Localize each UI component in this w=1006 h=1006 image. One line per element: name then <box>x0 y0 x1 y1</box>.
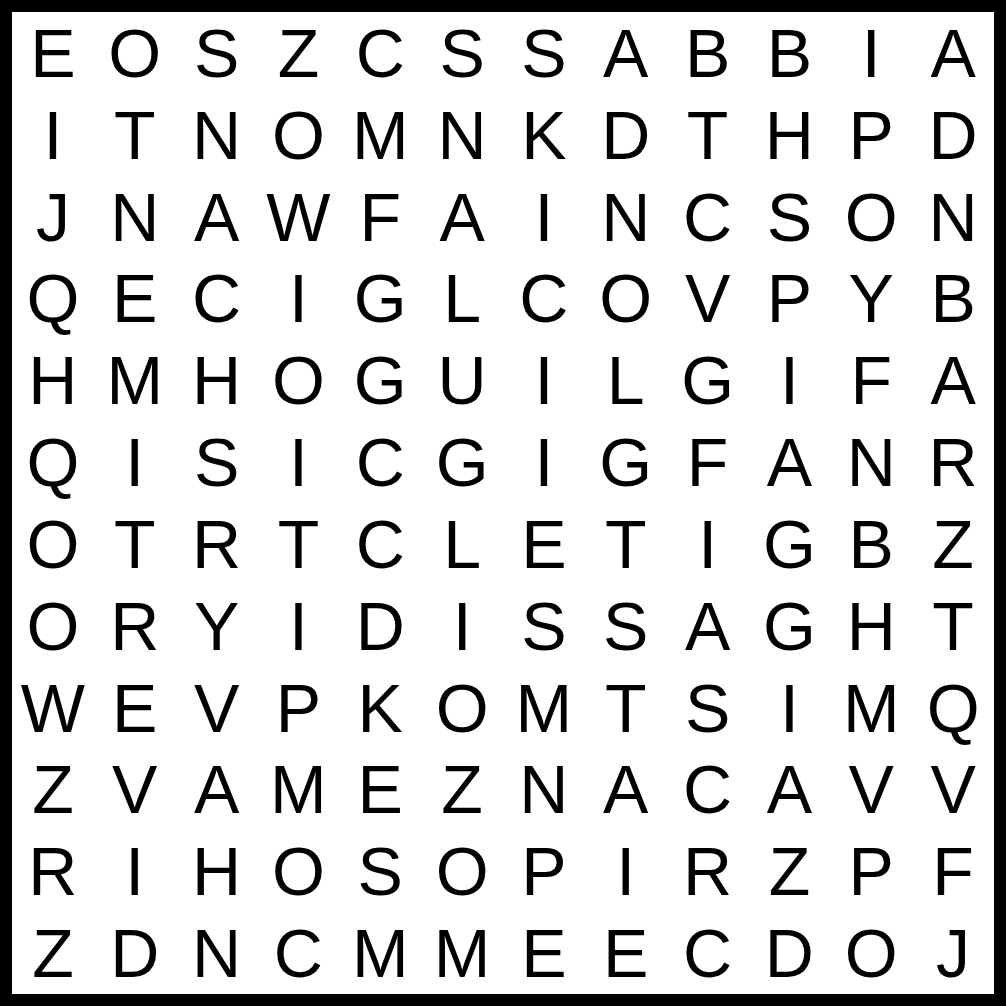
grid-cell[interactable]: I <box>258 258 340 340</box>
grid-cell[interactable]: I <box>749 667 831 749</box>
grid-cell[interactable]: E <box>503 503 585 585</box>
grid-cell[interactable]: Z <box>421 749 503 831</box>
grid-cell[interactable]: C <box>667 912 749 994</box>
grid-cell[interactable]: C <box>176 258 258 340</box>
grid-cell[interactable]: S <box>503 585 585 667</box>
grid-cell[interactable]: P <box>258 667 340 749</box>
grid-cell[interactable]: H <box>12 339 94 421</box>
grid-cell[interactable]: G <box>585 421 667 503</box>
grid-cell[interactable]: N <box>176 912 258 994</box>
grid-cell[interactable]: R <box>912 421 994 503</box>
grid-cell[interactable]: A <box>176 749 258 831</box>
grid-cell[interactable]: E <box>94 667 176 749</box>
grid-cell[interactable]: F <box>339 176 421 258</box>
grid-cell[interactable]: J <box>912 912 994 994</box>
grid-cell[interactable]: J <box>12 176 94 258</box>
grid-cell[interactable]: C <box>339 421 421 503</box>
grid-cell[interactable]: S <box>339 830 421 912</box>
grid-cell[interactable]: O <box>258 94 340 176</box>
grid-cell[interactable]: I <box>94 421 176 503</box>
grid-cell[interactable]: T <box>585 667 667 749</box>
grid-cell[interactable]: V <box>667 258 749 340</box>
grid-cell[interactable]: R <box>667 830 749 912</box>
grid-cell[interactable]: V <box>912 749 994 831</box>
grid-cell[interactable]: K <box>339 667 421 749</box>
grid-cell[interactable]: D <box>749 912 831 994</box>
grid-cell[interactable]: R <box>12 830 94 912</box>
grid-cell[interactable]: D <box>912 94 994 176</box>
grid-cell[interactable]: W <box>258 176 340 258</box>
grid-cell[interactable]: I <box>258 421 340 503</box>
grid-cell[interactable]: T <box>585 503 667 585</box>
grid-cell[interactable]: L <box>421 503 503 585</box>
grid-cell[interactable]: K <box>503 94 585 176</box>
grid-cell[interactable]: H <box>176 830 258 912</box>
grid-cell[interactable]: E <box>12 12 94 94</box>
grid-cell[interactable]: T <box>94 94 176 176</box>
grid-cell[interactable]: I <box>503 421 585 503</box>
grid-cell[interactable]: F <box>667 421 749 503</box>
grid-cell[interactable]: R <box>176 503 258 585</box>
grid-cell[interactable]: Q <box>912 667 994 749</box>
grid-cell[interactable]: C <box>667 176 749 258</box>
grid-cell[interactable]: C <box>339 12 421 94</box>
grid-cell[interactable]: M <box>339 94 421 176</box>
grid-cell[interactable]: Q <box>12 258 94 340</box>
grid-cell[interactable]: I <box>667 503 749 585</box>
grid-cell[interactable]: B <box>749 12 831 94</box>
grid-cell[interactable]: A <box>912 339 994 421</box>
grid-cell[interactable]: N <box>830 421 912 503</box>
grid-cell[interactable]: M <box>421 912 503 994</box>
grid-cell[interactable]: A <box>667 585 749 667</box>
grid-cell[interactable]: N <box>421 94 503 176</box>
grid-cell[interactable]: P <box>749 258 831 340</box>
grid-cell[interactable]: P <box>503 830 585 912</box>
grid-cell[interactable]: G <box>749 585 831 667</box>
grid-cell[interactable]: Z <box>749 830 831 912</box>
grid-cell[interactable]: A <box>421 176 503 258</box>
grid-cell[interactable]: I <box>421 585 503 667</box>
grid-cell[interactable]: B <box>667 12 749 94</box>
grid-cell[interactable]: H <box>749 94 831 176</box>
grid-cell[interactable]: E <box>339 749 421 831</box>
grid-cell[interactable]: S <box>176 421 258 503</box>
grid-cell[interactable]: M <box>258 749 340 831</box>
grid-cell[interactable]: F <box>912 830 994 912</box>
grid-cell[interactable]: Z <box>912 503 994 585</box>
grid-cell[interactable]: S <box>176 12 258 94</box>
grid-cell[interactable]: O <box>421 830 503 912</box>
grid-cell[interactable]: S <box>667 667 749 749</box>
grid-cell[interactable]: H <box>830 585 912 667</box>
grid-cell[interactable]: Z <box>12 912 94 994</box>
grid-cell[interactable]: Z <box>12 749 94 831</box>
grid-cell[interactable]: I <box>503 339 585 421</box>
grid-cell[interactable]: N <box>585 176 667 258</box>
grid-cell[interactable]: P <box>830 94 912 176</box>
grid-cell[interactable]: R <box>94 585 176 667</box>
grid-cell[interactable]: I <box>749 339 831 421</box>
grid-cell[interactable]: O <box>12 503 94 585</box>
grid-cell[interactable]: I <box>585 830 667 912</box>
grid-cell[interactable]: N <box>176 94 258 176</box>
grid-cell[interactable]: M <box>830 667 912 749</box>
grid-cell[interactable]: I <box>94 830 176 912</box>
grid-cell[interactable]: T <box>94 503 176 585</box>
grid-cell[interactable]: V <box>830 749 912 831</box>
grid-cell[interactable]: C <box>339 503 421 585</box>
grid-cell[interactable]: P <box>830 830 912 912</box>
grid-cell[interactable]: M <box>339 912 421 994</box>
grid-cell[interactable]: I <box>12 94 94 176</box>
grid-cell[interactable]: A <box>176 176 258 258</box>
grid-cell[interactable]: Q <box>12 421 94 503</box>
grid-cell[interactable]: B <box>830 503 912 585</box>
grid-cell[interactable]: H <box>176 339 258 421</box>
grid-cell[interactable]: Y <box>176 585 258 667</box>
grid-cell[interactable]: E <box>94 258 176 340</box>
grid-cell[interactable]: G <box>749 503 831 585</box>
grid-cell[interactable]: G <box>339 258 421 340</box>
grid-cell[interactable]: S <box>421 12 503 94</box>
grid-cell[interactable]: O <box>12 585 94 667</box>
grid-cell[interactable]: O <box>585 258 667 340</box>
grid-cell[interactable]: G <box>667 339 749 421</box>
grid-cell[interactable]: G <box>339 339 421 421</box>
grid-cell[interactable]: O <box>830 912 912 994</box>
grid-cell[interactable]: O <box>258 339 340 421</box>
grid-cell[interactable]: O <box>830 176 912 258</box>
grid-cell[interactable]: T <box>258 503 340 585</box>
grid-cell[interactable]: O <box>94 12 176 94</box>
grid-cell[interactable]: V <box>94 749 176 831</box>
word-search-board: EOSZCSSABBIAITNOMNKDTHPDJNAWFAINCSONQECI… <box>0 0 1006 1006</box>
grid-cell[interactable]: C <box>503 258 585 340</box>
grid-cell[interactable]: S <box>749 176 831 258</box>
grid-cell[interactable]: E <box>585 912 667 994</box>
grid-cell[interactable]: W <box>12 667 94 749</box>
grid-cell[interactable]: I <box>258 585 340 667</box>
grid-cell[interactable]: I <box>503 176 585 258</box>
grid-cell[interactable]: T <box>912 585 994 667</box>
grid-cell[interactable]: U <box>421 339 503 421</box>
grid-cell[interactable]: C <box>258 912 340 994</box>
grid-cell[interactable]: M <box>503 667 585 749</box>
grid-cell[interactable]: C <box>667 749 749 831</box>
grid-cell[interactable]: G <box>421 421 503 503</box>
grid-cell[interactable]: B <box>912 258 994 340</box>
grid-cell[interactable]: A <box>749 421 831 503</box>
grid-cell[interactable]: N <box>503 749 585 831</box>
grid-cell[interactable]: F <box>830 339 912 421</box>
grid-cell[interactable]: A <box>585 12 667 94</box>
grid-cell[interactable]: S <box>585 585 667 667</box>
grid-cell[interactable]: N <box>912 176 994 258</box>
grid-cell[interactable]: A <box>585 749 667 831</box>
grid-cell[interactable]: N <box>94 176 176 258</box>
grid-cell[interactable]: D <box>94 912 176 994</box>
grid-cell[interactable]: O <box>258 830 340 912</box>
grid-cell[interactable]: T <box>667 94 749 176</box>
grid-cell[interactable]: L <box>421 258 503 340</box>
grid-cell[interactable]: A <box>749 749 831 831</box>
grid-cell[interactable]: L <box>585 339 667 421</box>
grid-cell[interactable]: M <box>94 339 176 421</box>
grid-cell[interactable]: V <box>176 667 258 749</box>
grid-cell[interactable]: Z <box>258 12 340 94</box>
grid-cell[interactable]: Y <box>830 258 912 340</box>
grid-cell[interactable]: A <box>912 12 994 94</box>
grid-cell[interactable]: D <box>339 585 421 667</box>
grid-cell[interactable]: O <box>421 667 503 749</box>
grid-cell[interactable]: E <box>503 912 585 994</box>
grid-cell[interactable]: S <box>503 12 585 94</box>
grid-cell[interactable]: D <box>585 94 667 176</box>
grid-cell[interactable]: I <box>830 12 912 94</box>
